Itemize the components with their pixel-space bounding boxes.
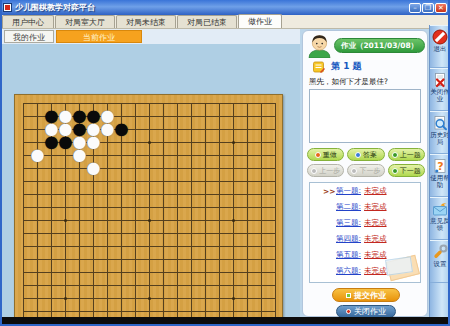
app-icon [3,3,12,12]
white-stone: ● [45,123,58,136]
problem-status: 未完成 [364,266,387,276]
problem-link[interactable]: 第四题: [336,234,361,244]
next-problem-button[interactable]: 下一题 [388,164,425,177]
problem-number-label: 第 1 题 [331,60,362,73]
hoshi-point [232,297,235,300]
help-icon: ? [432,158,448,174]
problem-status: 未完成 [364,250,387,260]
homework-date-bar: 作业（2011/03/08） [334,38,425,53]
problem-list-item: 第三题: 未完成 [310,215,420,231]
close-homework-icon [432,72,448,88]
answer-area[interactable] [309,89,421,143]
answer-icon [355,152,361,158]
feedback-icon [432,201,448,217]
sub-tab-strip: 我的作业 当前作业 [2,29,300,44]
tab-user-center[interactable]: 用户中心 [2,15,54,28]
problem-controls: 重做 答案 上一题 上一步 下一步 下一题 [307,148,425,177]
next-step-icon [351,168,357,174]
hoshi-point [64,297,67,300]
title-bar: 少儿围棋教学对弈平台 – ❐ ✕ [0,0,450,15]
problem-link[interactable]: 第五题: [336,250,361,260]
white-stone: ● [87,136,100,149]
hoshi-point [148,141,151,144]
goban[interactable]: ●●●●●●●●●●●●●●●●●● [14,94,283,326]
hoshi-point [148,297,151,300]
settings-button[interactable]: 设置 [430,240,450,283]
bottom-dark-strip [2,317,450,326]
prev-step-icon [311,168,317,174]
close-homework-tool-button[interactable]: 关闭作业 [430,68,450,111]
white-stone: ● [101,123,114,136]
problem-link[interactable]: 第三题: [336,218,361,228]
tab-games-unfinished[interactable]: 对局未结束 [116,15,176,28]
tab-games-finished[interactable]: 对局已结束 [177,15,237,28]
problem-list-item: >> 第一题: 未完成 [310,183,420,199]
close-homework-dot-icon [346,309,351,314]
problem-link[interactable]: 第一题: [336,186,361,196]
menu-tab-strip: 用户中心 对局室大厅 对局未结束 对局已结束 做作业 [0,15,450,29]
white-stone: ● [59,123,72,136]
board-background: ●●●●●●●●●●●●●●●●●● [2,44,300,318]
subtab-current-homework[interactable]: 当前作业 [56,30,142,43]
redo-icon [315,152,321,158]
problem-link[interactable]: 第二题: [336,202,361,212]
no-entry-icon [432,29,448,45]
submit-icon [346,293,351,298]
problem-list-item: 第六题: 未完成 [310,263,420,279]
student-avatar [306,33,333,58]
hoshi-point [232,219,235,222]
close-button[interactable]: ✕ [435,3,447,13]
help-button[interactable]: ? 使用帮助 [430,154,450,197]
homework-panel: 作业（2011/03/08） 第 1 题 黑先，如何下才是最佳? 重做 答案 上 [302,30,428,317]
maximize-button[interactable]: ❐ [422,3,434,13]
answer-button[interactable]: 答案 [347,148,384,161]
subtab-my-homework[interactable]: 我的作业 [4,30,54,43]
current-problem-marker: >> [323,187,333,196]
side-toolbar: 退出 关闭作业 历史对局 ? 使用帮助 [429,25,450,317]
prev-problem-button[interactable]: 上一题 [388,148,425,161]
prev-step-button[interactable]: 上一步 [307,164,344,177]
problem-status: 未完成 [364,186,387,196]
problem-list-item: 第五题: 未完成 [310,247,420,263]
white-stone: ● [31,149,44,162]
problem-list-item: 第四题: 未完成 [310,231,420,247]
problem-list-item: 第二题: 未完成 [310,199,420,215]
white-stone: ● [87,162,100,175]
problem-list: >> 第一题: 未完成 第二题: 未完成 第三题: 未完成 第四题: 未完成 [309,182,421,283]
prev-problem-icon [392,152,398,158]
redo-button[interactable]: 重做 [307,148,344,161]
next-problem-icon [392,168,398,174]
hoshi-point [148,219,151,222]
feedback-button[interactable]: 意见反馈 [430,197,450,240]
minimize-button[interactable]: – [409,3,421,13]
black-stone: ● [115,123,128,136]
hoshi-point [64,219,67,222]
problem-question: 黑先，如何下才是最佳? [309,77,388,87]
exit-button[interactable]: 退出 [430,25,450,68]
problem-status: 未完成 [364,234,387,244]
problem-status: 未完成 [364,202,387,212]
next-step-button[interactable]: 下一步 [347,164,384,177]
tab-do-homework[interactable]: 做作业 [238,14,282,28]
tab-game-lobby[interactable]: 对局室大厅 [55,15,115,28]
settings-icon [432,244,448,260]
app-window: 少儿围棋教学对弈平台 – ❐ ✕ 用户中心 对局室大厅 对局未结束 对局已结束 … [0,0,450,326]
notebook-icon [313,61,325,73]
white-stone: ● [73,149,86,162]
problem-status: 未完成 [364,218,387,228]
window-title: 少儿围棋教学对弈平台 [15,2,409,13]
submit-homework-button[interactable]: 提交作业 [332,288,400,302]
history-games-icon [432,115,448,131]
hoshi-point [232,141,235,144]
problem-link[interactable]: 第六题: [336,266,361,276]
history-games-button[interactable]: 历史对局 [430,111,450,154]
